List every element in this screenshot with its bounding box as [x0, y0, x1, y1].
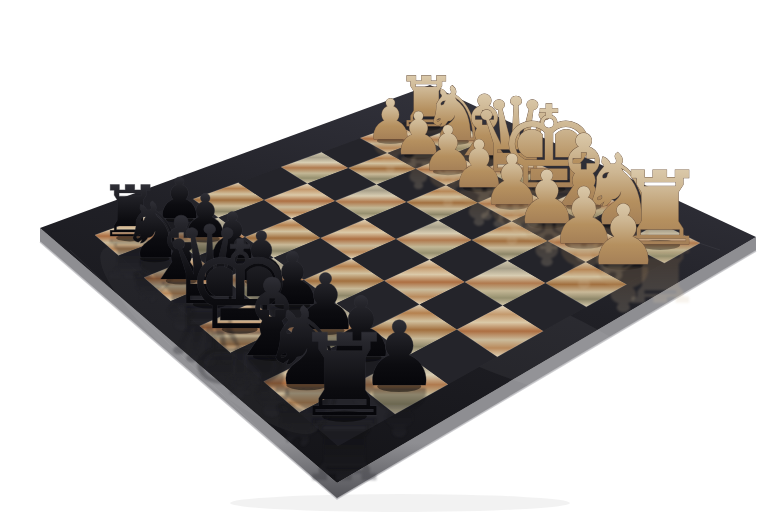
floor-shadow: [230, 494, 570, 512]
piece-onyx-pawn-h2: ♟: [586, 187, 660, 284]
piece-black-rook-h8: ♜: [293, 309, 395, 442]
product-photo-scene: ♜♟♞♟♝♟♛♟♚♟♝♟♟♞♜♟♟♜♞♟♟♝♟♛♟♚♟♝♟♞♟♜♜♟♞♟♝♟♛♟…: [0, 0, 775, 524]
chess-board: ♜♟♞♟♝♟♛♟♚♟♝♟♟♞♜♟♟♜♞♟♟♝♟♛♟♚♟♝♟♞♟♜♜♟♞♟♝♟♛♟…: [0, 0, 775, 524]
